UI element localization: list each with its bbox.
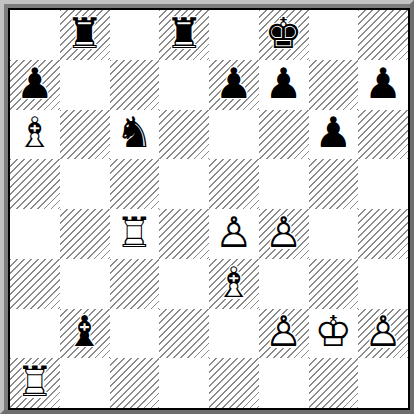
square-d3[interactable] — [159, 259, 209, 309]
piece-white-bishop: ♝♗ — [10, 110, 60, 160]
piece-white-pawn: ♟♙ — [358, 309, 408, 359]
black-bishop-icon: ♝ — [66, 312, 104, 354]
square-d4[interactable] — [159, 209, 209, 259]
square-g5[interactable] — [309, 159, 359, 209]
square-g1[interactable] — [309, 358, 359, 408]
white-bishop-icon: ♗ — [16, 113, 54, 155]
piece-white-rook: ♜♖ — [110, 209, 160, 259]
black-pawn-icon: ♟ — [315, 113, 353, 155]
square-h7[interactable]: ♟ — [358, 60, 408, 110]
square-f3[interactable] — [259, 259, 309, 309]
white-rook-icon: ♖ — [16, 361, 54, 403]
piece-black-king: ♚ — [259, 10, 309, 60]
piece-black-rook: ♜ — [60, 10, 110, 60]
black-rook-icon: ♜ — [66, 13, 104, 55]
square-d1[interactable] — [159, 358, 209, 408]
square-b6[interactable] — [60, 110, 110, 160]
square-c5[interactable] — [110, 159, 160, 209]
piece-black-bishop: ♝ — [60, 309, 110, 359]
square-g4[interactable] — [309, 209, 359, 259]
square-b2[interactable]: ♝ — [60, 309, 110, 359]
square-a4[interactable] — [10, 209, 60, 259]
piece-white-bishop: ♝♗ — [209, 259, 259, 309]
square-f5[interactable] — [259, 159, 309, 209]
square-h1[interactable] — [358, 358, 408, 408]
square-g2[interactable]: ♚♔ — [309, 309, 359, 359]
square-d8[interactable]: ♜ — [159, 10, 209, 60]
piece-white-king: ♚♔ — [309, 309, 359, 359]
piece-white-pawn: ♟♙ — [259, 309, 309, 359]
white-king-icon: ♔ — [315, 312, 353, 354]
black-rook-icon: ♜ — [165, 13, 203, 55]
white-rook-icon: ♖ — [116, 212, 154, 254]
square-g8[interactable] — [309, 10, 359, 60]
black-pawn-icon: ♟ — [215, 63, 253, 105]
square-a8[interactable] — [10, 10, 60, 60]
square-h8[interactable] — [358, 10, 408, 60]
square-e6[interactable] — [209, 110, 259, 160]
square-a2[interactable] — [10, 309, 60, 359]
piece-black-knight: ♞ — [110, 110, 160, 160]
piece-white-rook: ♜♖ — [10, 358, 60, 408]
white-pawn-icon: ♙ — [364, 312, 402, 354]
square-e2[interactable] — [209, 309, 259, 359]
board-frame: ♜♜♚♟♟♟♟♝♗♞♟♜♖♟♙♟♙♝♗♝♟♙♚♔♟♙♜♖ — [0, 0, 414, 414]
square-f1[interactable] — [259, 358, 309, 408]
square-h5[interactable] — [358, 159, 408, 209]
square-h3[interactable] — [358, 259, 408, 309]
square-b4[interactable] — [60, 209, 110, 259]
square-e5[interactable] — [209, 159, 259, 209]
square-g7[interactable] — [309, 60, 359, 110]
black-pawn-icon: ♟ — [265, 63, 303, 105]
square-b1[interactable] — [60, 358, 110, 408]
square-c7[interactable] — [110, 60, 160, 110]
piece-white-pawn: ♟♙ — [209, 209, 259, 259]
square-c2[interactable] — [110, 309, 160, 359]
square-a6[interactable]: ♝♗ — [10, 110, 60, 160]
square-e8[interactable] — [209, 10, 259, 60]
piece-black-pawn: ♟ — [358, 60, 408, 110]
square-b3[interactable] — [60, 259, 110, 309]
square-d7[interactable] — [159, 60, 209, 110]
square-h6[interactable] — [358, 110, 408, 160]
square-d5[interactable] — [159, 159, 209, 209]
square-g6[interactable]: ♟ — [309, 110, 359, 160]
square-b5[interactable] — [60, 159, 110, 209]
white-pawn-icon: ♙ — [265, 212, 303, 254]
square-b7[interactable] — [60, 60, 110, 110]
white-bishop-icon: ♗ — [215, 262, 253, 304]
square-f4[interactable]: ♟♙ — [259, 209, 309, 259]
black-knight-icon: ♞ — [116, 113, 154, 155]
square-c4[interactable]: ♜♖ — [110, 209, 160, 259]
square-f8[interactable]: ♚ — [259, 10, 309, 60]
black-king-icon: ♚ — [265, 13, 303, 55]
square-c6[interactable]: ♞ — [110, 110, 160, 160]
square-c8[interactable] — [110, 10, 160, 60]
square-e4[interactable]: ♟♙ — [209, 209, 259, 259]
square-e1[interactable] — [209, 358, 259, 408]
square-d2[interactable] — [159, 309, 209, 359]
piece-black-rook: ♜ — [159, 10, 209, 60]
piece-white-pawn: ♟♙ — [259, 209, 309, 259]
square-e3[interactable]: ♝♗ — [209, 259, 259, 309]
square-h2[interactable]: ♟♙ — [358, 309, 408, 359]
white-pawn-icon: ♙ — [215, 212, 253, 254]
square-a3[interactable] — [10, 259, 60, 309]
square-h4[interactable] — [358, 209, 408, 259]
board-inner-bevel: ♜♜♚♟♟♟♟♝♗♞♟♜♖♟♙♟♙♝♗♝♟♙♚♔♟♙♜♖ — [4, 4, 410, 410]
white-pawn-icon: ♙ — [265, 312, 303, 354]
square-e7[interactable]: ♟ — [209, 60, 259, 110]
square-g3[interactable] — [309, 259, 359, 309]
square-f6[interactable] — [259, 110, 309, 160]
square-f7[interactable]: ♟ — [259, 60, 309, 110]
square-d6[interactable] — [159, 110, 209, 160]
black-pawn-icon: ♟ — [364, 63, 402, 105]
square-a5[interactable] — [10, 159, 60, 209]
piece-black-pawn: ♟ — [209, 60, 259, 110]
piece-black-pawn: ♟ — [259, 60, 309, 110]
piece-black-pawn: ♟ — [10, 60, 60, 110]
chess-diagram: ♜♜♚♟♟♟♟♝♗♞♟♜♖♟♙♟♙♝♗♝♟♙♚♔♟♙♜♖ — [0, 0, 414, 414]
square-c3[interactable] — [110, 259, 160, 309]
square-b8[interactable]: ♜ — [60, 10, 110, 60]
square-a1[interactable]: ♜♖ — [10, 358, 60, 408]
chess-board: ♜♜♚♟♟♟♟♝♗♞♟♜♖♟♙♟♙♝♗♝♟♙♚♔♟♙♜♖ — [8, 8, 410, 410]
square-c1[interactable] — [110, 358, 160, 408]
black-pawn-icon: ♟ — [16, 63, 54, 105]
square-a7[interactable]: ♟ — [10, 60, 60, 110]
square-f2[interactable]: ♟♙ — [259, 309, 309, 359]
piece-black-pawn: ♟ — [309, 110, 359, 160]
